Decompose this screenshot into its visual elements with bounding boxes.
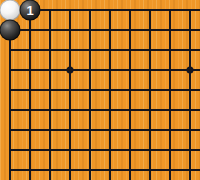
grid-line-vertical	[29, 10, 31, 180]
grid-line-vertical	[129, 10, 131, 180]
grid-line-horizontal	[10, 29, 200, 31]
star-point	[67, 67, 74, 74]
grid-line-vertical	[169, 10, 171, 180]
move-number-label: 1	[26, 4, 33, 17]
grid-line-vertical	[69, 10, 71, 180]
grid-line-horizontal	[10, 169, 200, 171]
stone-black-B19: 1	[20, 0, 41, 21]
grid-line-horizontal	[10, 89, 200, 91]
grid-line-horizontal	[10, 69, 200, 71]
grid-line-vertical	[49, 10, 51, 180]
grid-line-vertical	[189, 10, 191, 180]
go-board-screenshot: 1	[0, 0, 200, 180]
grid-line-horizontal	[10, 109, 200, 111]
go-board[interactable]: 1	[0, 0, 200, 180]
grid-line-vertical	[89, 10, 91, 180]
grid-line-horizontal	[10, 49, 200, 51]
grid-line-vertical	[109, 10, 111, 180]
star-point	[187, 67, 194, 74]
grid-line-horizontal	[10, 129, 200, 131]
stone-white-A19	[0, 0, 21, 21]
stone-black-A18	[0, 20, 21, 41]
grid-line-vertical	[149, 10, 151, 180]
grid-line-horizontal	[10, 149, 200, 151]
